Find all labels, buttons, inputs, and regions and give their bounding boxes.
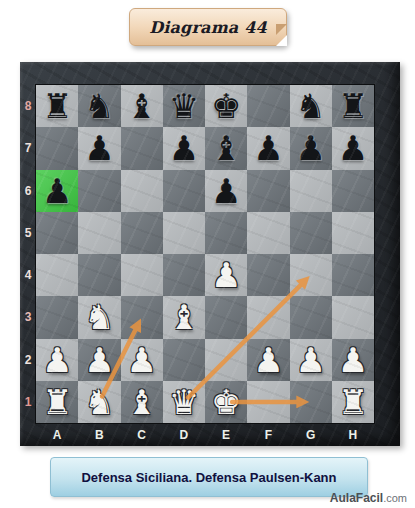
square-e4: ♟: [205, 254, 247, 296]
square-g2: ♟: [290, 339, 332, 381]
piece-white-bishop: ♝: [169, 300, 199, 334]
piece-black-pawn: ♟: [253, 131, 283, 165]
square-d8: ♛: [163, 85, 205, 127]
file-label-b: B: [78, 423, 120, 446]
square-a4: [36, 254, 78, 296]
piece-black-pawn: ♟: [169, 131, 199, 165]
square-h5: [332, 212, 374, 254]
piece-black-pawn: ♟: [84, 131, 114, 165]
square-e3: [205, 296, 247, 338]
square-c2: ♟: [121, 339, 163, 381]
square-c8: ♝: [121, 85, 163, 127]
piece-white-pawn: ♟: [42, 343, 72, 377]
caption-text: Defensa Siciliana. Defensa Paulsen-Kann: [81, 470, 336, 485]
square-h7: ♟: [332, 127, 374, 169]
rank-label-6: 6: [20, 170, 36, 212]
square-d2: [163, 339, 205, 381]
square-g7: ♟: [290, 127, 332, 169]
square-f7: ♟: [247, 127, 289, 169]
rank-label-5: 5: [20, 212, 36, 254]
rank-label-1: 1: [20, 381, 36, 423]
square-b7: ♟: [78, 127, 120, 169]
square-c3: [121, 296, 163, 338]
piece-black-queen: ♛: [169, 89, 199, 123]
piece-white-king: ♚: [211, 385, 241, 419]
square-g4: [290, 254, 332, 296]
piece-black-king: ♚: [211, 89, 241, 123]
square-d5: [163, 212, 205, 254]
piece-white-knight: ♞: [84, 300, 114, 334]
file-label-a: A: [36, 423, 78, 446]
file-label-c: C: [121, 423, 163, 446]
file-label-e: E: [205, 423, 247, 446]
board-squares: ♜♞♝♛♚♞♜♟♟♝♟♟♟♟♟♟♞♝♟♟♟♟♟♟♜♞♝♛♚♜: [36, 85, 374, 423]
rank-labels: 87654321: [20, 85, 36, 423]
piece-white-pawn: ♟: [338, 343, 368, 377]
piece-black-knight: ♞: [84, 89, 114, 123]
square-g6: [290, 170, 332, 212]
diagram-title: Diagrama 44: [149, 18, 267, 37]
square-d6: [163, 170, 205, 212]
piece-black-pawn: ♟: [211, 174, 241, 208]
piece-black-pawn: ♟: [295, 131, 325, 165]
square-h1: ♜: [332, 381, 374, 423]
piece-white-pawn: ♟: [84, 343, 114, 377]
file-label-g: G: [290, 423, 332, 446]
square-f8: [247, 85, 289, 127]
square-e6: ♟: [205, 170, 247, 212]
caption-box: Defensa Siciliana. Defensa Paulsen-Kann: [50, 457, 368, 497]
piece-black-bishop: ♝: [126, 89, 156, 123]
brand-suffix: .com: [383, 492, 407, 504]
rank-label-2: 2: [20, 339, 36, 381]
piece-white-pawn: ♟: [211, 258, 241, 292]
piece-white-queen: ♛: [169, 385, 199, 419]
piece-black-bishop: ♝: [211, 131, 241, 165]
square-h4: [332, 254, 374, 296]
square-g1: [290, 381, 332, 423]
square-f3: [247, 296, 289, 338]
square-c7: [121, 127, 163, 169]
square-b5: [78, 212, 120, 254]
file-label-f: F: [247, 423, 289, 446]
piece-white-knight: ♞: [84, 385, 114, 419]
square-e2: [205, 339, 247, 381]
square-f4: [247, 254, 289, 296]
square-d7: ♟: [163, 127, 205, 169]
square-e7: ♝: [205, 127, 247, 169]
square-b1: ♞: [78, 381, 120, 423]
square-f5: [247, 212, 289, 254]
square-b8: ♞: [78, 85, 120, 127]
piece-white-rook: ♜: [338, 385, 368, 419]
brand-name: AulaFacil: [330, 491, 383, 505]
aulafacil-logo: AulaFacil.com: [330, 491, 407, 505]
piece-white-rook: ♜: [42, 385, 72, 419]
square-h3: [332, 296, 374, 338]
square-g3: [290, 296, 332, 338]
square-e8: ♚: [205, 85, 247, 127]
square-e1: ♚: [205, 381, 247, 423]
square-b2: ♟: [78, 339, 120, 381]
rank-label-3: 3: [20, 296, 36, 338]
square-d4: [163, 254, 205, 296]
chess-board: 87654321 ♜♞♝♛♚♞♜♟♟♝♟♟♟♟♟♟♞♝♟♟♟♟♟♟♜♞♝♛♚♜ …: [20, 62, 400, 446]
square-b4: [78, 254, 120, 296]
square-h2: ♟: [332, 339, 374, 381]
rank-label-8: 8: [20, 85, 36, 127]
piece-white-bishop: ♝: [126, 385, 156, 419]
square-a5: [36, 212, 78, 254]
square-b3: ♞: [78, 296, 120, 338]
file-label-d: D: [163, 423, 205, 446]
piece-black-rook: ♜: [42, 89, 72, 123]
square-h8: ♜: [332, 85, 374, 127]
square-f6: [247, 170, 289, 212]
square-c1: ♝: [121, 381, 163, 423]
piece-black-pawn: ♟: [42, 174, 72, 208]
square-g5: [290, 212, 332, 254]
square-d1: ♛: [163, 381, 205, 423]
square-f1: [247, 381, 289, 423]
page: { "game": "chess", "header": { "title": …: [0, 0, 415, 508]
square-d3: ♝: [163, 296, 205, 338]
piece-white-pawn: ♟: [253, 343, 283, 377]
file-label-h: H: [332, 423, 374, 446]
rank-label-4: 4: [20, 254, 36, 296]
file-labels: ABCDEFGH: [36, 423, 374, 446]
square-c5: [121, 212, 163, 254]
square-a7: [36, 127, 78, 169]
ribbon-fold-cut: [276, 35, 287, 46]
square-f2: ♟: [247, 339, 289, 381]
piece-black-rook: ♜: [338, 89, 368, 123]
square-a1: ♜: [36, 381, 78, 423]
diagram-title-plaque: Diagrama 44: [129, 8, 287, 46]
square-a8: ♜: [36, 85, 78, 127]
rank-label-7: 7: [20, 127, 36, 169]
piece-white-pawn: ♟: [295, 343, 325, 377]
square-h6: [332, 170, 374, 212]
piece-black-knight: ♞: [295, 89, 325, 123]
square-a6: ♟: [36, 170, 78, 212]
square-b6: [78, 170, 120, 212]
square-c6: [121, 170, 163, 212]
square-a3: [36, 296, 78, 338]
piece-white-pawn: ♟: [126, 343, 156, 377]
square-g8: ♞: [290, 85, 332, 127]
ribbon-fold-icon: [276, 24, 287, 35]
square-a2: ♟: [36, 339, 78, 381]
square-c4: [121, 254, 163, 296]
square-e5: [205, 212, 247, 254]
piece-black-pawn: ♟: [338, 131, 368, 165]
